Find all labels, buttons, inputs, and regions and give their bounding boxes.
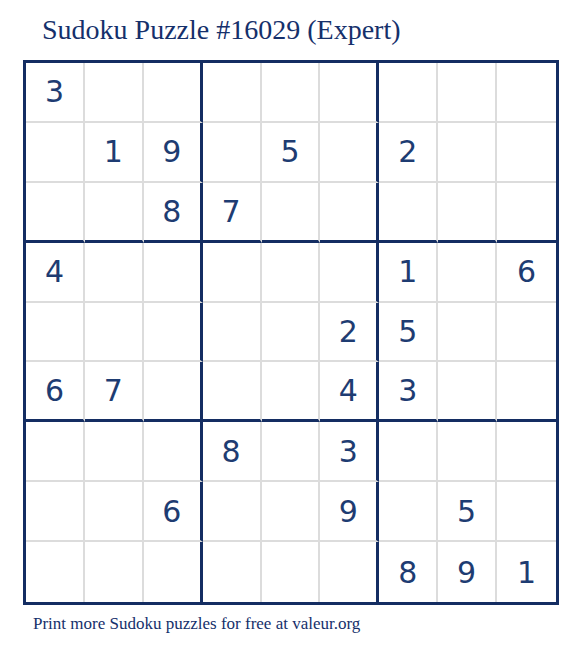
cell-r5c5 (262, 303, 321, 363)
cell-r7c3 (144, 422, 203, 482)
cell-r7c9 (497, 422, 556, 482)
cell-r2c7: 2 (379, 123, 438, 183)
cell-r9c5 (262, 542, 321, 602)
cell-r6c9 (497, 362, 556, 422)
cell-r9c8: 9 (438, 542, 497, 602)
cell-r4c4 (203, 243, 262, 303)
cell-r6c1: 6 (26, 362, 85, 422)
cell-r3c7 (379, 183, 438, 243)
cell-r7c6: 3 (320, 422, 379, 482)
cell-r8c3: 6 (144, 482, 203, 542)
page-title: Sudoku Puzzle #16029 (Expert) (42, 14, 401, 46)
cell-r9c7: 8 (379, 542, 438, 602)
cell-r7c1 (26, 422, 85, 482)
cell-r2c3: 9 (144, 123, 203, 183)
cell-r5c1 (26, 303, 85, 363)
cell-r1c1: 3 (26, 63, 85, 123)
cell-r1c6 (320, 63, 379, 123)
cell-r5c8 (438, 303, 497, 363)
cell-r9c6 (320, 542, 379, 602)
cell-r5c9 (497, 303, 556, 363)
cell-r3c4: 7 (203, 183, 262, 243)
cell-r3c1 (26, 183, 85, 243)
cell-r2c4 (203, 123, 262, 183)
cell-r3c8 (438, 183, 497, 243)
cell-r3c9 (497, 183, 556, 243)
cell-r2c9 (497, 123, 556, 183)
cell-r6c6: 4 (320, 362, 379, 422)
cell-r2c8 (438, 123, 497, 183)
cell-r4c3 (144, 243, 203, 303)
cell-r3c5 (262, 183, 321, 243)
cell-r9c9: 1 (497, 542, 556, 602)
cell-r8c5 (262, 482, 321, 542)
cell-r4c7: 1 (379, 243, 438, 303)
cell-r6c5 (262, 362, 321, 422)
cell-r4c8 (438, 243, 497, 303)
cell-r4c2 (85, 243, 144, 303)
cell-r6c3 (144, 362, 203, 422)
sudoku-page: Sudoku Puzzle #16029 (Expert) 3195287416… (0, 0, 580, 651)
cell-r9c3 (144, 542, 203, 602)
sudoku-board: 319528741625674383695891 (23, 60, 559, 605)
cell-r4c1: 4 (26, 243, 85, 303)
cell-r2c5: 5 (262, 123, 321, 183)
cell-r5c3 (144, 303, 203, 363)
cell-r4c6 (320, 243, 379, 303)
cell-r9c4 (203, 542, 262, 602)
cell-r9c2 (85, 542, 144, 602)
cell-r4c9: 6 (497, 243, 556, 303)
cell-r9c1 (26, 542, 85, 602)
cell-r8c1 (26, 482, 85, 542)
cell-r2c6 (320, 123, 379, 183)
cell-r8c8: 5 (438, 482, 497, 542)
cell-r6c8 (438, 362, 497, 422)
cell-r5c6: 2 (320, 303, 379, 363)
cell-r8c7 (379, 482, 438, 542)
cell-r6c7: 3 (379, 362, 438, 422)
cell-r7c4: 8 (203, 422, 262, 482)
cell-r6c4 (203, 362, 262, 422)
cell-r1c3 (144, 63, 203, 123)
cell-r7c2 (85, 422, 144, 482)
cell-r4c5 (262, 243, 321, 303)
cell-r1c2 (85, 63, 144, 123)
cell-r5c7: 5 (379, 303, 438, 363)
cell-r7c8 (438, 422, 497, 482)
cell-r7c7 (379, 422, 438, 482)
cell-r7c5 (262, 422, 321, 482)
cell-r8c4 (203, 482, 262, 542)
cell-r8c2 (85, 482, 144, 542)
cell-r3c6 (320, 183, 379, 243)
cell-r1c8 (438, 63, 497, 123)
cell-r5c2 (85, 303, 144, 363)
footer-text: Print more Sudoku puzzles for free at va… (33, 614, 360, 634)
cell-r2c2: 1 (85, 123, 144, 183)
cell-r1c5 (262, 63, 321, 123)
cell-r6c2: 7 (85, 362, 144, 422)
cell-r8c9 (497, 482, 556, 542)
cell-r3c2 (85, 183, 144, 243)
cell-r2c1 (26, 123, 85, 183)
cell-r5c4 (203, 303, 262, 363)
cell-r8c6: 9 (320, 482, 379, 542)
cell-r1c9 (497, 63, 556, 123)
cell-r1c4 (203, 63, 262, 123)
cell-r1c7 (379, 63, 438, 123)
cell-r3c3: 8 (144, 183, 203, 243)
